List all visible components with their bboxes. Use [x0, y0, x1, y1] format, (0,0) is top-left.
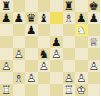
white-rook[interactable]: ♜♖ — [63, 84, 75, 96]
square-f7[interactable]: ♝♗ — [63, 12, 76, 24]
square-g5[interactable] — [75, 36, 88, 48]
white-rook[interactable]: ♜♖ — [0, 84, 12, 96]
square-b7[interactable]: ♟ — [13, 12, 26, 24]
black-pawn[interactable]: ♟ — [13, 12, 25, 24]
square-a7[interactable]: ♟ — [0, 12, 13, 24]
square-e2[interactable] — [50, 72, 63, 84]
square-h2[interactable] — [88, 72, 101, 84]
square-g4[interactable] — [75, 48, 88, 60]
square-f1[interactable]: ♜♖ — [63, 84, 76, 96]
square-e7[interactable] — [50, 12, 63, 24]
square-d3[interactable]: ♟♙ — [38, 60, 51, 72]
white-king[interactable]: ♚♔ — [75, 84, 87, 96]
square-d1[interactable] — [38, 84, 51, 96]
white-pawn-icon: ♙ — [25, 72, 37, 84]
white-pawn-icon: ♙ — [13, 48, 25, 60]
white-knight-icon: ♘ — [75, 24, 87, 36]
black-bishop-icon: ♝ — [38, 12, 50, 24]
white-knight[interactable]: ♞♘ — [75, 24, 87, 36]
white-pawn[interactable]: ♟♙ — [25, 72, 37, 84]
white-rook-icon: ♖ — [63, 84, 75, 96]
white-queen[interactable]: ♛♕ — [88, 36, 100, 48]
white-rook-icon: ♖ — [0, 84, 12, 96]
square-a6[interactable] — [0, 24, 13, 36]
white-king-icon: ♔ — [75, 84, 87, 96]
square-c1[interactable] — [25, 84, 38, 96]
white-pawn-icon: ♙ — [0, 60, 12, 72]
white-pawn-icon: ♙ — [88, 60, 100, 72]
square-f6[interactable] — [63, 24, 76, 36]
square-h5[interactable]: ♛♕ — [88, 36, 101, 48]
square-a1[interactable]: ♜♖ — [0, 84, 13, 96]
chessboard-screenshot: ♜♜♚♟♟♛♝♝♗♟♟♟♞♘♟♛♕♟♙♞♟♙♟♙♟♙♟♙♝♗♟♙♟♙♟♙♜♖♜♖… — [0, 0, 100, 96]
black-pawn-icon: ♟ — [25, 24, 37, 36]
white-pawn-icon: ♙ — [50, 48, 62, 60]
white-pawn-icon: ♙ — [38, 60, 50, 72]
black-pawn[interactable]: ♟ — [88, 12, 100, 24]
white-pawn[interactable]: ♟♙ — [0, 60, 12, 72]
square-f4[interactable] — [63, 48, 76, 60]
white-pawn[interactable]: ♟♙ — [50, 48, 62, 60]
square-b2[interactable]: ♝♗ — [13, 72, 26, 84]
square-d2[interactable] — [38, 72, 51, 84]
square-e8[interactable] — [50, 0, 63, 12]
square-a5[interactable] — [0, 36, 13, 48]
square-h3[interactable]: ♟♙ — [88, 60, 101, 72]
square-f5[interactable] — [63, 36, 76, 48]
black-pawn-icon: ♟ — [13, 12, 25, 24]
square-b1[interactable] — [13, 84, 26, 96]
square-g1[interactable]: ♚♔ — [75, 84, 88, 96]
square-b6[interactable] — [13, 24, 26, 36]
white-pawn[interactable]: ♟♙ — [38, 60, 50, 72]
white-queen-icon: ♕ — [88, 36, 100, 48]
black-pawn[interactable]: ♟ — [0, 12, 12, 24]
square-d6[interactable] — [38, 24, 51, 36]
square-b4[interactable]: ♟♙ — [13, 48, 26, 60]
square-c5[interactable] — [25, 36, 38, 48]
square-d7[interactable]: ♝ — [38, 12, 51, 24]
white-bishop[interactable]: ♝♗ — [63, 12, 75, 24]
square-c2[interactable]: ♟♙ — [25, 72, 38, 84]
square-e4[interactable]: ♟♙ — [50, 48, 63, 60]
white-bishop[interactable]: ♝♗ — [13, 72, 25, 84]
chess-board: ♜♜♚♟♟♛♝♝♗♟♟♟♞♘♟♛♕♟♙♞♟♙♟♙♟♙♟♙♝♗♟♙♟♙♟♙♜♖♜♖… — [0, 0, 100, 96]
black-bishop[interactable]: ♝ — [38, 12, 50, 24]
square-g6[interactable]: ♞♘ — [75, 24, 88, 36]
black-pawn-icon: ♟ — [88, 12, 100, 24]
square-h7[interactable]: ♟ — [88, 12, 101, 24]
square-e1[interactable] — [50, 84, 63, 96]
white-pawn[interactable]: ♟♙ — [88, 60, 100, 72]
square-e3[interactable] — [50, 60, 63, 72]
square-h1[interactable] — [88, 84, 101, 96]
square-a3[interactable]: ♟♙ — [0, 60, 13, 72]
black-pawn[interactable]: ♟ — [25, 24, 37, 36]
white-bishop-icon: ♗ — [63, 12, 75, 24]
black-pawn-icon: ♟ — [0, 12, 12, 24]
white-bishop-icon: ♗ — [13, 72, 25, 84]
square-c4[interactable] — [25, 48, 38, 60]
square-c6[interactable]: ♟ — [25, 24, 38, 36]
white-pawn[interactable]: ♟♙ — [13, 48, 25, 60]
